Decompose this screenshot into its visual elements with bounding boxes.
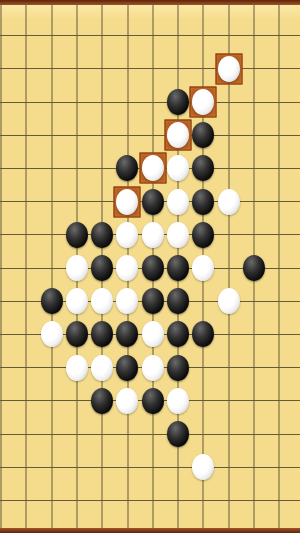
intersection [115, 351, 140, 384]
intersection [140, 251, 165, 284]
intersection [115, 384, 140, 417]
stone-black [66, 222, 88, 248]
winning-stone-white [116, 189, 138, 215]
intersection [191, 218, 216, 251]
intersection [165, 318, 190, 351]
stone-black [167, 89, 189, 115]
intersection [165, 417, 190, 450]
intersection [90, 218, 115, 251]
stone-black [91, 321, 113, 347]
winning-stone-white [142, 155, 164, 181]
intersection [115, 185, 140, 218]
intersection [191, 152, 216, 185]
gomoku-app-screen [0, 0, 300, 533]
intersection [191, 251, 216, 284]
intersection [140, 152, 165, 185]
stone-white [91, 288, 113, 314]
stone-white [192, 255, 214, 281]
intersection [140, 384, 165, 417]
stone-white [167, 155, 189, 181]
intersection [64, 251, 89, 284]
stone-black [192, 222, 214, 248]
intersection [165, 85, 190, 118]
intersection [39, 318, 64, 351]
stone-black [167, 355, 189, 381]
intersection [64, 285, 89, 318]
stone-black [66, 321, 88, 347]
stone-white [218, 189, 240, 215]
stone-white [167, 222, 189, 248]
stone-black [192, 321, 214, 347]
stone-black [192, 122, 214, 148]
stone-black [192, 155, 214, 181]
stone-white [142, 355, 164, 381]
stone-black [91, 388, 113, 414]
intersection [115, 318, 140, 351]
stone-black [192, 189, 214, 215]
stone-black [243, 255, 265, 281]
intersection [64, 318, 89, 351]
stone-white [41, 321, 63, 347]
intersection [64, 218, 89, 251]
stone-black [167, 288, 189, 314]
stone-white [66, 288, 88, 314]
stone-black [142, 255, 164, 281]
stone-black [142, 388, 164, 414]
intersection [90, 251, 115, 284]
stone-black [167, 321, 189, 347]
intersection [64, 351, 89, 384]
stones-layer [0, 0, 292, 517]
stone-white [66, 355, 88, 381]
stone-white [142, 222, 164, 248]
winning-stone-white [218, 56, 240, 82]
intersection [140, 285, 165, 318]
intersection [165, 251, 190, 284]
intersection [90, 318, 115, 351]
intersection [140, 318, 165, 351]
stone-black [116, 355, 138, 381]
intersection [165, 285, 190, 318]
stone-black [167, 255, 189, 281]
intersection [140, 218, 165, 251]
stone-white [192, 454, 214, 480]
stone-white [167, 388, 189, 414]
intersection [191, 318, 216, 351]
intersection [90, 285, 115, 318]
stone-white [167, 189, 189, 215]
intersection [216, 285, 241, 318]
intersection [165, 384, 190, 417]
intersection [165, 152, 190, 185]
intersection [191, 119, 216, 152]
stone-black [116, 321, 138, 347]
intersection [241, 251, 266, 284]
intersection [216, 185, 241, 218]
stone-black [116, 155, 138, 181]
intersection [165, 218, 190, 251]
intersection [165, 351, 190, 384]
intersection [39, 285, 64, 318]
stone-black [91, 222, 113, 248]
intersection [140, 351, 165, 384]
stone-black [167, 421, 189, 447]
stone-white [116, 388, 138, 414]
stone-black [142, 288, 164, 314]
intersection [165, 119, 190, 152]
intersection [115, 285, 140, 318]
stone-black [41, 288, 63, 314]
intersection [115, 152, 140, 185]
intersection [115, 218, 140, 251]
stone-white [66, 255, 88, 281]
bottom-frame-bar [0, 528, 300, 533]
intersection [165, 185, 190, 218]
intersection [191, 85, 216, 118]
stone-black [91, 255, 113, 281]
intersection [90, 351, 115, 384]
stone-white [91, 355, 113, 381]
top-frame-bar [0, 0, 300, 5]
stone-white [142, 321, 164, 347]
stone-white [218, 288, 240, 314]
stone-white [116, 255, 138, 281]
intersection [216, 52, 241, 85]
intersection [191, 451, 216, 484]
intersection [115, 251, 140, 284]
intersection [90, 384, 115, 417]
intersection [140, 185, 165, 218]
intersection [191, 185, 216, 218]
stone-black [142, 189, 164, 215]
stone-white [116, 288, 138, 314]
gomoku-board[interactable] [0, 0, 300, 533]
stone-white [116, 222, 138, 248]
